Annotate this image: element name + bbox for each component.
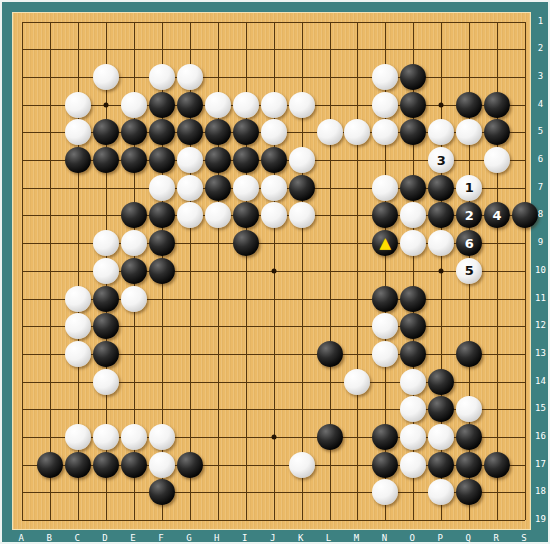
black-stone-D17[interactable] <box>93 452 119 478</box>
star-point <box>104 102 109 107</box>
white-stone-D14[interactable] <box>93 369 119 395</box>
column-label-F: F <box>158 534 163 543</box>
white-stone-H4[interactable] <box>205 92 231 118</box>
white-stone-P6[interactable]: 3 <box>428 147 454 173</box>
black-stone-L16[interactable] <box>317 424 343 450</box>
black-stone-I5[interactable] <box>233 119 259 145</box>
star-point <box>271 435 276 440</box>
black-stone-E8[interactable] <box>121 202 147 228</box>
black-stone-F4[interactable] <box>149 92 175 118</box>
column-label-P: P <box>438 534 443 543</box>
move-number-label: 2 <box>465 209 474 222</box>
row-label-11: 11 <box>535 293 546 302</box>
black-stone-N8[interactable] <box>372 202 398 228</box>
black-stone-N17[interactable] <box>372 452 398 478</box>
white-stone-O15[interactable] <box>400 396 426 422</box>
column-label-K: K <box>298 534 303 543</box>
black-stone-E5[interactable] <box>121 119 147 145</box>
black-stone-Q4[interactable] <box>456 92 482 118</box>
white-stone-Q5[interactable] <box>456 119 482 145</box>
go-board[interactable]: 3124▲65 <box>12 12 531 530</box>
go-app-window: 3124▲65 ABCDEFGHIJKLMNOPQRS 123456789101… <box>0 0 550 544</box>
row-label-7: 7 <box>538 182 543 191</box>
black-stone-P15[interactable] <box>428 396 454 422</box>
column-label-S: S <box>521 534 526 543</box>
row-label-14: 14 <box>535 376 546 385</box>
white-stone-G6[interactable] <box>177 147 203 173</box>
white-stone-G7[interactable] <box>177 175 203 201</box>
column-label-A: A <box>19 534 24 543</box>
white-stone-E4[interactable] <box>121 92 147 118</box>
white-stone-K17[interactable] <box>289 452 315 478</box>
move-number-label: 1 <box>465 181 474 194</box>
white-stone-N12[interactable] <box>372 313 398 339</box>
column-label-D: D <box>102 534 107 543</box>
board-grid-line <box>357 22 358 521</box>
row-label-8: 8 <box>538 210 543 219</box>
move-number-label: 6 <box>465 237 474 250</box>
column-label-O: O <box>410 534 415 543</box>
black-stone-B17[interactable] <box>37 452 63 478</box>
column-label-J: J <box>270 534 275 543</box>
column-label-N: N <box>382 534 387 543</box>
black-stone-I8[interactable] <box>233 202 259 228</box>
white-stone-N5[interactable] <box>372 119 398 145</box>
black-stone-I6[interactable] <box>233 147 259 173</box>
white-stone-J4[interactable] <box>261 92 287 118</box>
black-stone-D5[interactable] <box>93 119 119 145</box>
black-stone-O4[interactable] <box>400 92 426 118</box>
row-label-4: 4 <box>538 99 543 108</box>
star-point <box>439 268 444 273</box>
white-stone-G3[interactable] <box>177 64 203 90</box>
black-stone-C6[interactable] <box>65 147 91 173</box>
black-stone-O7[interactable] <box>400 175 426 201</box>
black-stone-O12[interactable] <box>400 313 426 339</box>
board-grid-line <box>525 22 526 521</box>
black-stone-F18[interactable] <box>149 479 175 505</box>
white-stone-D16[interactable] <box>93 424 119 450</box>
black-stone-O13[interactable] <box>400 341 426 367</box>
white-stone-P18[interactable] <box>428 479 454 505</box>
column-label-B: B <box>47 534 52 543</box>
move-number-label: 4 <box>493 209 502 222</box>
row-label-13: 13 <box>535 348 546 357</box>
white-stone-D3[interactable] <box>93 64 119 90</box>
row-label-12: 12 <box>535 321 546 330</box>
column-label-E: E <box>130 534 135 543</box>
row-label-17: 17 <box>535 459 546 468</box>
white-stone-Q7[interactable]: 1 <box>456 175 482 201</box>
star-point <box>439 102 444 107</box>
white-stone-M14[interactable] <box>344 369 370 395</box>
white-stone-F17[interactable] <box>149 452 175 478</box>
white-stone-C13[interactable] <box>65 341 91 367</box>
white-stone-E11[interactable] <box>121 286 147 312</box>
black-stone-O3[interactable] <box>400 64 426 90</box>
row-label-1: 1 <box>538 16 543 25</box>
white-stone-C11[interactable] <box>65 286 91 312</box>
white-stone-K6[interactable] <box>289 147 315 173</box>
white-stone-D9[interactable] <box>93 230 119 256</box>
white-stone-N18[interactable] <box>372 479 398 505</box>
triangle-marker: ▲ <box>380 236 392 251</box>
white-stone-P16[interactable] <box>428 424 454 450</box>
black-stone-C17[interactable] <box>65 452 91 478</box>
white-stone-J7[interactable] <box>261 175 287 201</box>
white-stone-F7[interactable] <box>149 175 175 201</box>
move-number-label: 3 <box>437 154 446 167</box>
row-label-15: 15 <box>535 404 546 413</box>
white-stone-O16[interactable] <box>400 424 426 450</box>
black-stone-O11[interactable] <box>400 286 426 312</box>
black-stone-P17[interactable] <box>428 452 454 478</box>
white-stone-P5[interactable] <box>428 119 454 145</box>
row-label-18: 18 <box>535 487 546 496</box>
column-label-Q: Q <box>465 534 470 543</box>
white-stone-N3[interactable] <box>372 64 398 90</box>
white-stone-C4[interactable] <box>65 92 91 118</box>
white-stone-L5[interactable] <box>317 119 343 145</box>
row-label-16: 16 <box>535 432 546 441</box>
white-stone-P9[interactable] <box>428 230 454 256</box>
white-stone-J8[interactable] <box>261 202 287 228</box>
black-stone-F5[interactable] <box>149 119 175 145</box>
white-stone-M5[interactable] <box>344 119 370 145</box>
star-point <box>271 268 276 273</box>
white-stone-Q15[interactable] <box>456 396 482 422</box>
white-stone-Q10[interactable]: 5 <box>456 258 482 284</box>
black-stone-E6[interactable] <box>121 147 147 173</box>
board-grid-line <box>22 520 525 521</box>
white-stone-O8[interactable] <box>400 202 426 228</box>
move-number-label: 5 <box>465 264 474 277</box>
black-stone-F10[interactable] <box>149 258 175 284</box>
black-stone-Q8[interactable]: 2 <box>456 202 482 228</box>
black-stone-R4[interactable] <box>484 92 510 118</box>
black-stone-H5[interactable] <box>205 119 231 145</box>
black-stone-L13[interactable] <box>317 341 343 367</box>
white-stone-J5[interactable] <box>261 119 287 145</box>
column-label-G: G <box>186 534 191 543</box>
black-stone-D11[interactable] <box>93 286 119 312</box>
white-stone-K8[interactable] <box>289 202 315 228</box>
black-stone-F9[interactable] <box>149 230 175 256</box>
black-stone-K7[interactable] <box>289 175 315 201</box>
white-stone-N7[interactable] <box>372 175 398 201</box>
black-stone-F8[interactable] <box>149 202 175 228</box>
row-label-19: 19 <box>535 515 546 524</box>
row-label-10: 10 <box>535 265 546 274</box>
white-stone-O17[interactable] <box>400 452 426 478</box>
black-stone-D12[interactable] <box>93 313 119 339</box>
black-stone-Q18[interactable] <box>456 479 482 505</box>
white-stone-F3[interactable] <box>149 64 175 90</box>
black-stone-H7[interactable] <box>205 175 231 201</box>
white-stone-C5[interactable] <box>65 119 91 145</box>
black-stone-G17[interactable] <box>177 452 203 478</box>
white-stone-I4[interactable] <box>233 92 259 118</box>
black-stone-R5[interactable] <box>484 119 510 145</box>
column-label-M: M <box>354 534 359 543</box>
white-stone-N4[interactable] <box>372 92 398 118</box>
white-stone-G8[interactable] <box>177 202 203 228</box>
black-stone-I9[interactable] <box>233 230 259 256</box>
black-stone-G4[interactable] <box>177 92 203 118</box>
white-stone-C12[interactable] <box>65 313 91 339</box>
white-stone-K4[interactable] <box>289 92 315 118</box>
black-stone-D13[interactable] <box>93 341 119 367</box>
black-stone-Q13[interactable] <box>456 341 482 367</box>
column-label-H: H <box>214 534 219 543</box>
black-stone-G5[interactable] <box>177 119 203 145</box>
black-stone-Q17[interactable] <box>456 452 482 478</box>
black-stone-R8[interactable]: 4 <box>484 202 510 228</box>
white-stone-H8[interactable] <box>205 202 231 228</box>
white-stone-E16[interactable] <box>121 424 147 450</box>
row-label-3: 3 <box>538 71 543 80</box>
white-stone-I7[interactable] <box>233 175 259 201</box>
row-label-5: 5 <box>538 127 543 136</box>
white-stone-D10[interactable] <box>93 258 119 284</box>
black-stone-F6[interactable] <box>149 147 175 173</box>
white-stone-O14[interactable] <box>400 369 426 395</box>
black-stone-E17[interactable] <box>121 452 147 478</box>
white-stone-N13[interactable] <box>372 341 398 367</box>
white-stone-R6[interactable] <box>484 147 510 173</box>
black-stone-N16[interactable] <box>372 424 398 450</box>
black-stone-P7[interactable] <box>428 175 454 201</box>
black-stone-R17[interactable] <box>484 452 510 478</box>
row-label-9: 9 <box>538 238 543 247</box>
white-stone-F16[interactable] <box>149 424 175 450</box>
black-stone-D6[interactable] <box>93 147 119 173</box>
black-stone-Q16[interactable] <box>456 424 482 450</box>
black-stone-J6[interactable] <box>261 147 287 173</box>
column-label-I: I <box>242 534 247 543</box>
column-label-R: R <box>493 534 498 543</box>
black-stone-O5[interactable] <box>400 119 426 145</box>
black-stone-H6[interactable] <box>205 147 231 173</box>
column-label-C: C <box>74 534 79 543</box>
black-stone-N9[interactable]: ▲ <box>372 230 398 256</box>
white-stone-O9[interactable] <box>400 230 426 256</box>
black-stone-S8[interactable] <box>512 202 538 228</box>
white-stone-E9[interactable] <box>121 230 147 256</box>
row-label-2: 2 <box>538 44 543 53</box>
black-stone-P14[interactable] <box>428 369 454 395</box>
black-stone-E10[interactable] <box>121 258 147 284</box>
row-label-6: 6 <box>538 155 543 164</box>
black-stone-P8[interactable] <box>428 202 454 228</box>
black-stone-N11[interactable] <box>372 286 398 312</box>
white-stone-C16[interactable] <box>65 424 91 450</box>
black-stone-Q9[interactable]: 6 <box>456 230 482 256</box>
column-label-L: L <box>326 534 331 543</box>
